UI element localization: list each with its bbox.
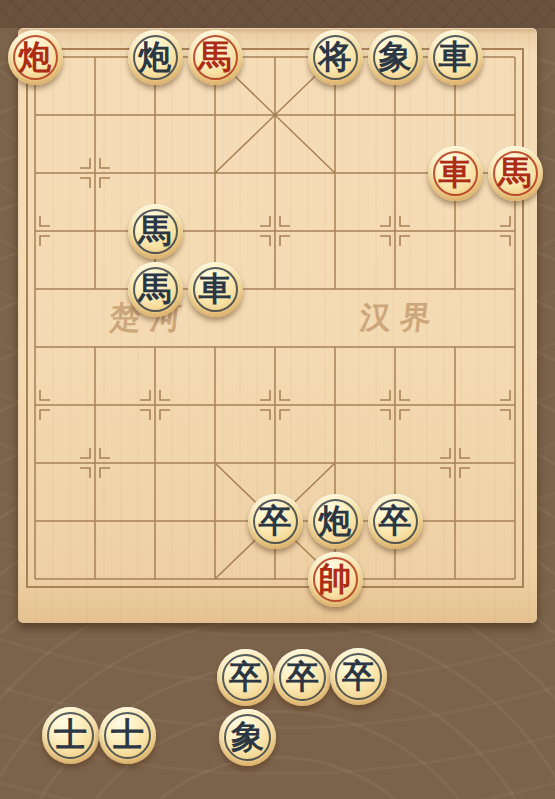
captured-black-advisor: 士 (99, 707, 156, 764)
piece-black-elephant[interactable]: 象 (368, 30, 423, 85)
piece-black-chariot[interactable]: 車 (188, 262, 243, 317)
piece-glyph: 卒 (259, 493, 292, 548)
piece-glyph: 馬 (139, 203, 172, 258)
piece-glyph: 将 (319, 29, 352, 84)
piece-red-general[interactable]: 帥 (308, 552, 363, 607)
piece-black-cannon[interactable]: 炮 (128, 30, 183, 85)
piece-glyph: 士 (54, 706, 87, 763)
piece-glyph: 卒 (229, 648, 262, 705)
piece-glyph: 炮 (19, 29, 52, 84)
piece-red-cannon[interactable]: 炮 (8, 30, 63, 85)
piece-red-horse[interactable]: 馬 (188, 30, 243, 85)
piece-glyph: 卒 (286, 648, 319, 705)
piece-glyph: 車 (439, 145, 472, 200)
piece-glyph: 馬 (199, 29, 232, 84)
piece-glyph: 馬 (139, 261, 172, 316)
piece-glyph: 車 (199, 261, 232, 316)
captured-black-soldier: 卒 (217, 649, 274, 706)
captured-black-soldier: 卒 (274, 649, 331, 706)
app-background: { "game": "Chinese Chess (Xiangqi)", "bo… (0, 0, 555, 799)
piece-black-general[interactable]: 将 (308, 30, 363, 85)
piece-glyph: 炮 (139, 29, 172, 84)
piece-glyph: 士 (111, 706, 144, 763)
top-border-band (0, 0, 555, 28)
piece-glyph: 卒 (342, 647, 375, 704)
piece-glyph: 馬 (499, 145, 532, 200)
captured-black-elephant: 象 (219, 709, 276, 766)
piece-red-horse[interactable]: 馬 (488, 146, 543, 201)
piece-black-cannon[interactable]: 炮 (308, 494, 363, 549)
captured-black-soldier: 卒 (330, 648, 387, 705)
captured-black-advisor: 士 (42, 707, 99, 764)
piece-glyph: 帥 (319, 551, 352, 606)
piece-glyph: 卒 (379, 493, 412, 548)
piece-glyph: 車 (439, 29, 472, 84)
piece-black-chariot[interactable]: 車 (428, 30, 483, 85)
piece-red-chariot[interactable]: 車 (428, 146, 483, 201)
piece-glyph: 象 (379, 29, 412, 84)
piece-glyph: 炮 (319, 493, 352, 548)
piece-black-soldier[interactable]: 卒 (368, 494, 423, 549)
piece-black-horse[interactable]: 馬 (128, 262, 183, 317)
piece-black-soldier[interactable]: 卒 (248, 494, 303, 549)
piece-glyph: 象 (231, 708, 264, 765)
piece-black-horse[interactable]: 馬 (128, 204, 183, 259)
board-intersections-grid: 炮炮馬将象車車馬馬馬車卒炮卒帥 (5, 28, 545, 608)
